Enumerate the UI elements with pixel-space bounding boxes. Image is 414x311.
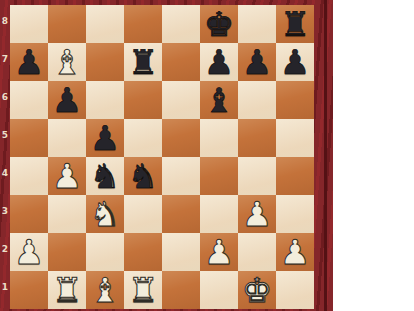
square-d3[interactable]: [124, 195, 162, 233]
square-d8[interactable]: [124, 5, 162, 43]
square-g6[interactable]: [238, 81, 276, 119]
square-h3[interactable]: [276, 195, 314, 233]
piece-white-pawn[interactable]: ♟: [14, 233, 44, 271]
square-d1[interactable]: ♜: [124, 271, 162, 309]
square-g2[interactable]: [238, 233, 276, 271]
piece-white-knight[interactable]: ♞: [90, 195, 120, 233]
piece-black-pawn[interactable]: ♟: [204, 43, 234, 81]
piece-white-rook[interactable]: ♜: [52, 271, 82, 309]
square-f8[interactable]: ♚: [200, 5, 238, 43]
square-f5[interactable]: [200, 119, 238, 157]
square-e1[interactable]: [162, 271, 200, 309]
square-e8[interactable]: [162, 5, 200, 43]
page-background: 8 7 6 5 4 3 2 1 ♚♜♟♝♜♟♟♟♟♝♟♟♞♞♞♟♟♟♟♜♝♜♚: [0, 0, 414, 311]
square-b2[interactable]: [48, 233, 86, 271]
piece-black-rook[interactable]: ♜: [280, 5, 310, 43]
square-h8[interactable]: ♜: [276, 5, 314, 43]
square-g7[interactable]: ♟: [238, 43, 276, 81]
square-h5[interactable]: [276, 119, 314, 157]
square-b6[interactable]: ♟: [48, 81, 86, 119]
square-h7[interactable]: ♟: [276, 43, 314, 81]
piece-black-pawn[interactable]: ♟: [242, 43, 272, 81]
square-c6[interactable]: [86, 81, 124, 119]
square-b3[interactable]: [48, 195, 86, 233]
rank-label-6: 6: [0, 78, 10, 116]
square-b8[interactable]: [48, 5, 86, 43]
square-a8[interactable]: [10, 5, 48, 43]
square-g1[interactable]: ♚: [238, 271, 276, 309]
square-c4[interactable]: ♞: [86, 157, 124, 195]
square-g8[interactable]: [238, 5, 276, 43]
square-e7[interactable]: [162, 43, 200, 81]
board-frame: 8 7 6 5 4 3 2 1 ♚♜♟♝♜♟♟♟♟♝♟♟♞♞♞♟♟♟♟♜♝♜♚: [0, 0, 333, 311]
square-a1[interactable]: [10, 271, 48, 309]
square-a5[interactable]: [10, 119, 48, 157]
piece-black-pawn[interactable]: ♟: [52, 81, 82, 119]
piece-black-knight[interactable]: ♞: [128, 157, 158, 195]
square-d2[interactable]: [124, 233, 162, 271]
piece-white-pawn[interactable]: ♟: [280, 233, 310, 271]
rank-label-1: 1: [0, 268, 10, 306]
rank-label-4: 4: [0, 154, 10, 192]
piece-white-king[interactable]: ♚: [242, 271, 272, 309]
square-e3[interactable]: [162, 195, 200, 233]
square-g4[interactable]: [238, 157, 276, 195]
piece-black-pawn[interactable]: ♟: [90, 119, 120, 157]
piece-white-rook[interactable]: ♜: [128, 271, 158, 309]
square-c5[interactable]: ♟: [86, 119, 124, 157]
piece-black-knight[interactable]: ♞: [90, 157, 120, 195]
square-b5[interactable]: [48, 119, 86, 157]
piece-white-bishop[interactable]: ♝: [90, 271, 120, 309]
rank-label-5: 5: [0, 116, 10, 154]
frame-edge-line: [324, 0, 327, 311]
square-a6[interactable]: [10, 81, 48, 119]
square-g5[interactable]: [238, 119, 276, 157]
square-g3[interactable]: ♟: [238, 195, 276, 233]
square-b4[interactable]: ♟: [48, 157, 86, 195]
piece-white-bishop[interactable]: ♝: [52, 43, 82, 81]
square-e4[interactable]: [162, 157, 200, 195]
square-c2[interactable]: [86, 233, 124, 271]
square-d7[interactable]: ♜: [124, 43, 162, 81]
rank-labels: 8 7 6 5 4 3 2 1: [0, 5, 10, 309]
square-e6[interactable]: [162, 81, 200, 119]
square-c1[interactable]: ♝: [86, 271, 124, 309]
square-b7[interactable]: ♝: [48, 43, 86, 81]
square-d6[interactable]: [124, 81, 162, 119]
square-f2[interactable]: ♟: [200, 233, 238, 271]
square-f4[interactable]: [200, 157, 238, 195]
square-f1[interactable]: [200, 271, 238, 309]
rank-label-8: 8: [0, 2, 10, 40]
square-e2[interactable]: [162, 233, 200, 271]
piece-black-pawn[interactable]: ♟: [14, 43, 44, 81]
piece-black-rook[interactable]: ♜: [128, 43, 158, 81]
square-a3[interactable]: [10, 195, 48, 233]
square-a7[interactable]: ♟: [10, 43, 48, 81]
piece-white-pawn[interactable]: ♟: [52, 157, 82, 195]
square-d5[interactable]: [124, 119, 162, 157]
square-f7[interactable]: ♟: [200, 43, 238, 81]
square-f6[interactable]: ♝: [200, 81, 238, 119]
square-c7[interactable]: [86, 43, 124, 81]
square-h6[interactable]: [276, 81, 314, 119]
square-e5[interactable]: [162, 119, 200, 157]
piece-white-pawn[interactable]: ♟: [242, 195, 272, 233]
chess-board: ♚♜♟♝♜♟♟♟♟♝♟♟♞♞♞♟♟♟♟♜♝♜♚: [10, 5, 314, 309]
rank-label-7: 7: [0, 40, 10, 78]
square-c3[interactable]: ♞: [86, 195, 124, 233]
square-a2[interactable]: ♟: [10, 233, 48, 271]
square-c8[interactable]: [86, 5, 124, 43]
square-h2[interactable]: ♟: [276, 233, 314, 271]
square-d4[interactable]: ♞: [124, 157, 162, 195]
square-h4[interactable]: [276, 157, 314, 195]
piece-black-bishop[interactable]: ♝: [204, 81, 234, 119]
rank-label-3: 3: [0, 192, 10, 230]
piece-black-king[interactable]: ♚: [204, 5, 234, 43]
square-f3[interactable]: [200, 195, 238, 233]
piece-white-pawn[interactable]: ♟: [204, 233, 234, 271]
square-b1[interactable]: ♜: [48, 271, 86, 309]
square-a4[interactable]: [10, 157, 48, 195]
piece-black-pawn[interactable]: ♟: [280, 43, 310, 81]
rank-label-2: 2: [0, 230, 10, 268]
square-h1[interactable]: [276, 271, 314, 309]
